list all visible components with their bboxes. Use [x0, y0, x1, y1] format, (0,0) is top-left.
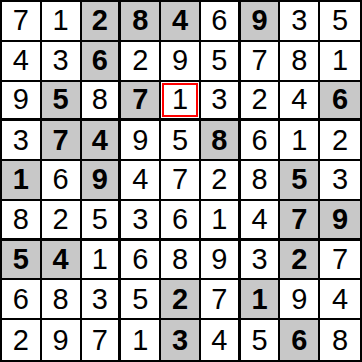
cell-r5c9[interactable]: 3 [320, 161, 360, 201]
cell-r2c6[interactable]: 5 [201, 42, 241, 82]
cell-r1c8[interactable]: 3 [280, 2, 320, 42]
cell-r3c5[interactable]: 1 [161, 82, 201, 122]
cell-r6c1[interactable]: 8 [2, 201, 42, 241]
cell-r6c8[interactable]: 7 [280, 201, 320, 241]
cell-r5c1[interactable]: 1 [2, 161, 42, 201]
cell-r9c3[interactable]: 7 [82, 320, 122, 360]
cell-r6c3[interactable]: 5 [82, 201, 122, 241]
cell-r9c2[interactable]: 9 [42, 320, 82, 360]
cell-r2c4[interactable]: 2 [121, 42, 161, 82]
cell-r6c7[interactable]: 4 [241, 201, 281, 241]
cell-r3c6[interactable]: 3 [201, 82, 241, 122]
cell-r9c4[interactable]: 1 [121, 320, 161, 360]
cell-r8c7[interactable]: 1 [241, 280, 281, 320]
cell-r7c2[interactable]: 4 [42, 241, 82, 281]
cell-r2c3[interactable]: 6 [82, 42, 122, 82]
cell-r5c5[interactable]: 7 [161, 161, 201, 201]
cell-r8c1[interactable]: 6 [2, 280, 42, 320]
cell-r4c1[interactable]: 3 [2, 121, 42, 161]
cell-r5c4[interactable]: 4 [121, 161, 161, 201]
cell-r6c4[interactable]: 3 [121, 201, 161, 241]
cell-r8c8[interactable]: 9 [280, 280, 320, 320]
cell-r5c7[interactable]: 8 [241, 161, 281, 201]
cell-r1c3[interactable]: 2 [82, 2, 122, 42]
cell-r7c3[interactable]: 1 [82, 241, 122, 281]
cell-r7c5[interactable]: 8 [161, 241, 201, 281]
cell-r2c1[interactable]: 4 [2, 42, 42, 82]
cell-r6c2[interactable]: 2 [42, 201, 82, 241]
cell-r5c8[interactable]: 5 [280, 161, 320, 201]
cell-r6c9[interactable]: 9 [320, 201, 360, 241]
cell-r8c5[interactable]: 2 [161, 280, 201, 320]
cell-r4c2[interactable]: 7 [42, 121, 82, 161]
cell-r4c3[interactable]: 4 [82, 121, 122, 161]
cell-r4c9[interactable]: 2 [320, 121, 360, 161]
cell-r3c8[interactable]: 4 [280, 82, 320, 122]
cell-r1c6[interactable]: 6 [201, 2, 241, 42]
cell-r3c1[interactable]: 9 [2, 82, 42, 122]
cell-r3c7[interactable]: 2 [241, 82, 281, 122]
cell-r9c1[interactable]: 2 [2, 320, 42, 360]
cell-r4c4[interactable]: 9 [121, 121, 161, 161]
sudoku-board: 7128469354362957819587132463749586121694… [0, 0, 362, 362]
cell-r9c9[interactable]: 8 [320, 320, 360, 360]
cell-r6c5[interactable]: 6 [161, 201, 201, 241]
cell-r1c2[interactable]: 1 [42, 2, 82, 42]
cell-r7c8[interactable]: 2 [280, 241, 320, 281]
cell-r2c5[interactable]: 9 [161, 42, 201, 82]
cell-r3c9[interactable]: 6 [320, 82, 360, 122]
cell-r2c2[interactable]: 3 [42, 42, 82, 82]
cell-r8c9[interactable]: 4 [320, 280, 360, 320]
cell-r5c2[interactable]: 6 [42, 161, 82, 201]
cell-r8c4[interactable]: 5 [121, 280, 161, 320]
cell-r9c8[interactable]: 6 [280, 320, 320, 360]
cell-r6c6[interactable]: 1 [201, 201, 241, 241]
cell-r4c5[interactable]: 5 [161, 121, 201, 161]
cell-r1c9[interactable]: 5 [320, 2, 360, 42]
cell-r5c3[interactable]: 9 [82, 161, 122, 201]
cell-r3c3[interactable]: 8 [82, 82, 122, 122]
cell-r4c7[interactable]: 6 [241, 121, 281, 161]
cell-r3c2[interactable]: 5 [42, 82, 82, 122]
cell-r9c7[interactable]: 5 [241, 320, 281, 360]
cell-r2c9[interactable]: 1 [320, 42, 360, 82]
cell-r4c6[interactable]: 8 [201, 121, 241, 161]
cell-r4c8[interactable]: 1 [280, 121, 320, 161]
cell-r7c4[interactable]: 6 [121, 241, 161, 281]
cell-r9c5[interactable]: 3 [161, 320, 201, 360]
cell-r7c9[interactable]: 7 [320, 241, 360, 281]
cell-r1c5[interactable]: 4 [161, 2, 201, 42]
cell-r9c6[interactable]: 4 [201, 320, 241, 360]
cell-r5c6[interactable]: 2 [201, 161, 241, 201]
cell-r1c1[interactable]: 7 [2, 2, 42, 42]
cell-r2c7[interactable]: 7 [241, 42, 281, 82]
cell-r7c1[interactable]: 5 [2, 241, 42, 281]
cell-r7c7[interactable]: 3 [241, 241, 281, 281]
cell-r8c2[interactable]: 8 [42, 280, 82, 320]
cell-r8c6[interactable]: 7 [201, 280, 241, 320]
cell-r7c6[interactable]: 9 [201, 241, 241, 281]
cell-r1c4[interactable]: 8 [121, 2, 161, 42]
cell-r1c7[interactable]: 9 [241, 2, 281, 42]
cell-r3c4[interactable]: 7 [121, 82, 161, 122]
cell-r8c3[interactable]: 3 [82, 280, 122, 320]
cell-r2c8[interactable]: 8 [280, 42, 320, 82]
